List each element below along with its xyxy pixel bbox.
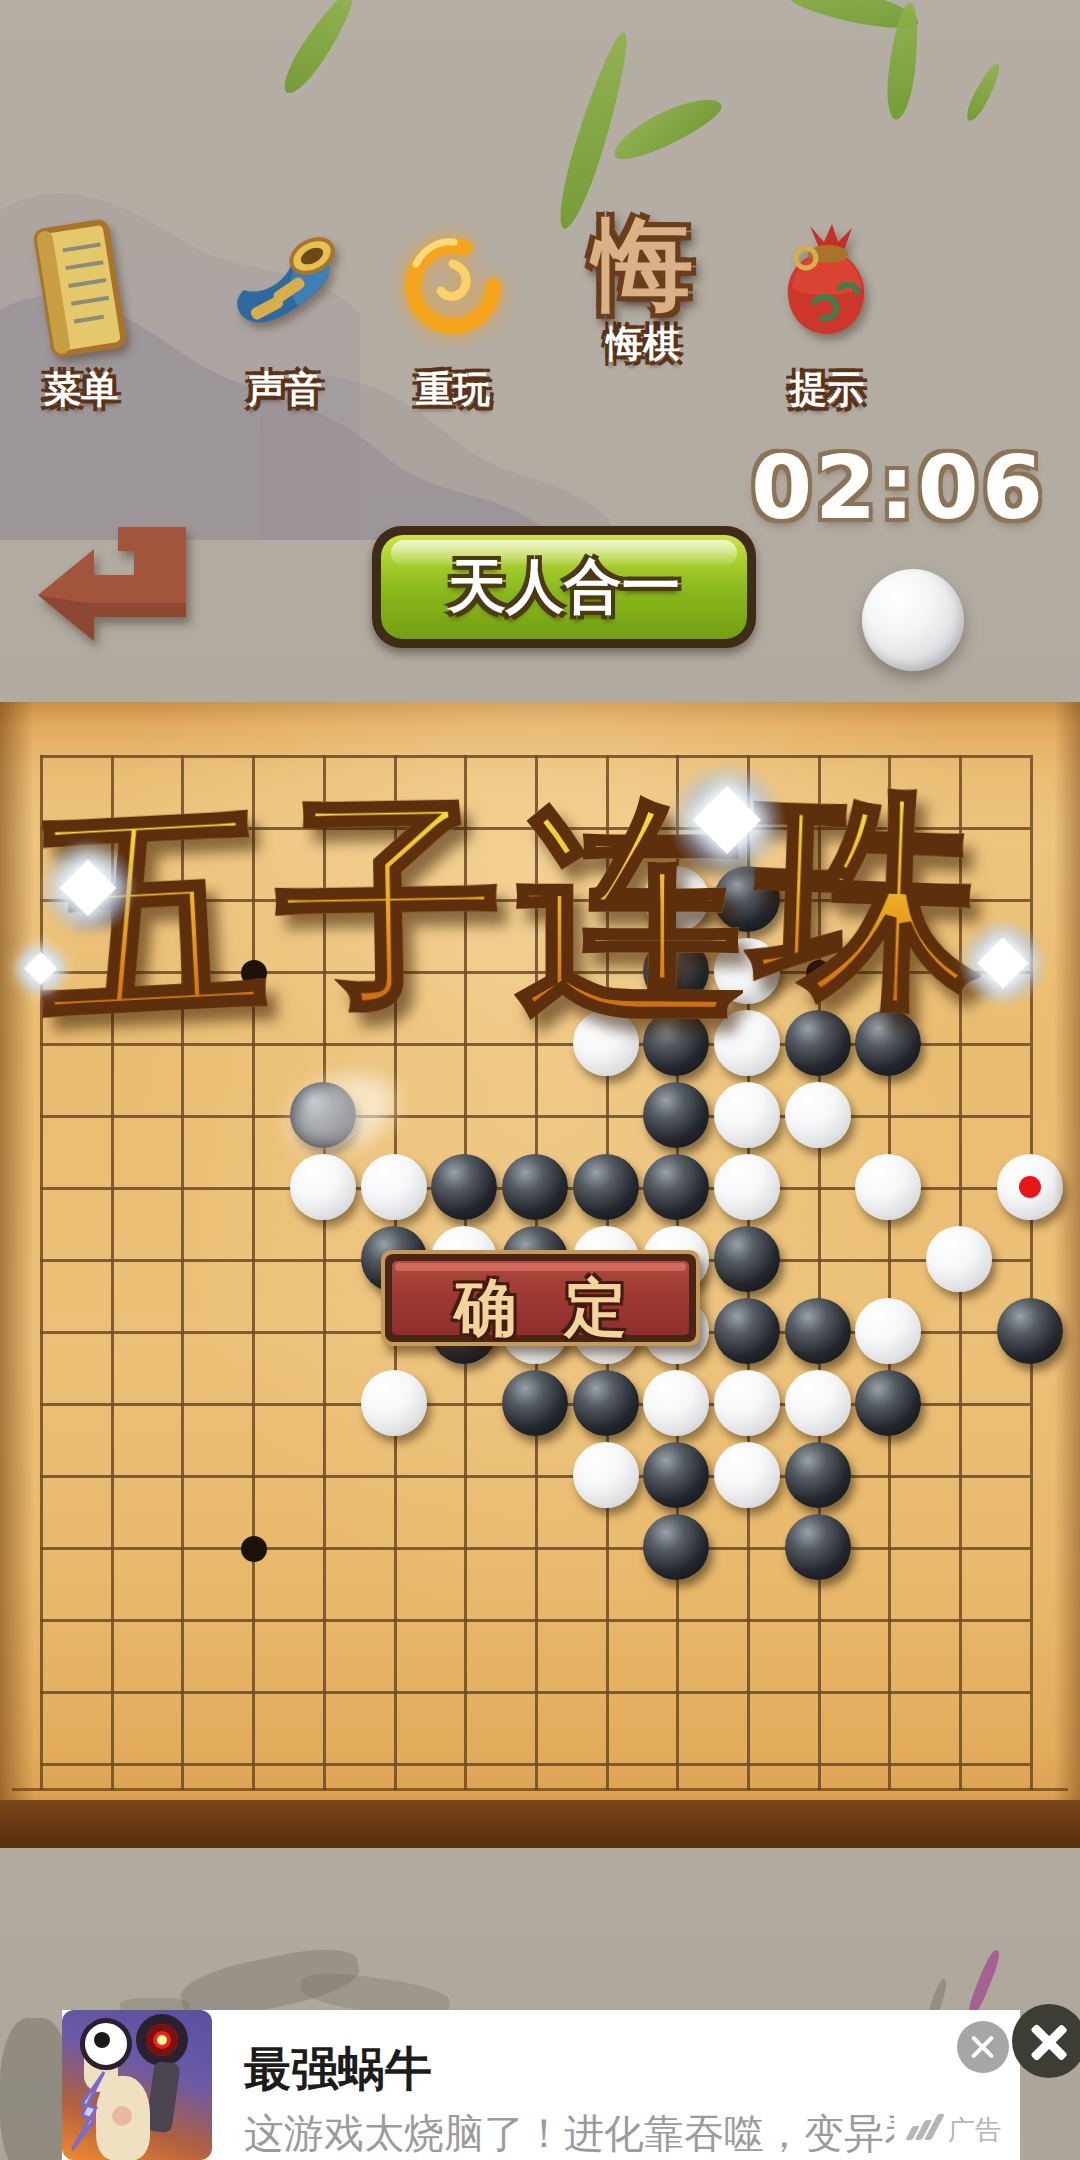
pangle-logo-icon	[909, 2114, 942, 2146]
star-point	[806, 960, 832, 986]
black-stone	[573, 1370, 639, 1436]
replay-label: 重玩	[378, 365, 528, 415]
white-stone	[643, 1370, 709, 1436]
replay-button[interactable]: 重玩	[378, 218, 528, 408]
white-stone	[785, 1082, 851, 1148]
black-stone	[785, 1010, 851, 1076]
undo-move-button[interactable]: 悔 悔棋	[568, 212, 718, 402]
turn-indicator-white-stone	[862, 569, 964, 671]
sound-label: 声音	[210, 365, 360, 415]
black-stone	[855, 1010, 921, 1076]
white-stone	[290, 1154, 356, 1220]
hint-button[interactable]: 提示	[752, 218, 902, 408]
black-stone	[714, 1226, 780, 1292]
black-stone	[997, 1298, 1063, 1364]
back-arrow-button[interactable]	[30, 515, 200, 655]
black-stone	[643, 1010, 709, 1076]
star-point	[241, 1536, 267, 1562]
menu-label: 菜单	[6, 365, 156, 415]
scroll-icon	[21, 218, 141, 363]
ad-title: 最强蜗牛	[244, 2038, 432, 2101]
confirm-button-label: 确定	[381, 1266, 700, 1350]
white-stone	[714, 1010, 780, 1076]
ad-app-icon[interactable]	[62, 2010, 212, 2160]
black-stone	[785, 1298, 851, 1364]
ad-close-button-outer[interactable]	[1012, 2004, 1080, 2078]
black-stone	[502, 1370, 568, 1436]
white-stone	[361, 1370, 427, 1436]
mode-button-label: 天人合一	[372, 548, 756, 626]
white-stone	[714, 938, 780, 1004]
white-stone	[714, 1082, 780, 1148]
red-pouch-icon	[762, 218, 892, 363]
white-stone	[573, 1442, 639, 1508]
hui-character-icon: 悔	[568, 212, 718, 317]
black-stone	[643, 1442, 709, 1508]
mode-button[interactable]: 天人合一	[372, 526, 756, 648]
white-stone	[361, 1154, 427, 1220]
black-stone	[643, 1514, 709, 1580]
black-stone	[431, 1154, 497, 1220]
black-stone	[714, 866, 780, 932]
bamboo-leaf	[962, 60, 1004, 124]
black-stone	[785, 1442, 851, 1508]
hint-label: 提示	[752, 365, 902, 415]
star-point	[241, 960, 267, 986]
horn-icon	[220, 218, 350, 363]
ad-description: 这游戏太烧脑了！进化靠吞噬，变异看运气！ …	[244, 2106, 894, 2160]
black-stone	[643, 1154, 709, 1220]
confirm-button[interactable]: 确定	[381, 1250, 700, 1346]
black-stone	[643, 938, 709, 1004]
white-stone	[855, 1154, 921, 1220]
black-stone	[785, 1514, 851, 1580]
menu-button[interactable]: 菜单	[6, 218, 156, 408]
ink-flower	[965, 1948, 1002, 2017]
black-stone	[643, 1082, 709, 1148]
flame-ring-icon	[388, 218, 518, 363]
black-stone	[573, 1154, 639, 1220]
white-stone	[926, 1226, 992, 1292]
sound-button[interactable]: 声音	[210, 218, 360, 408]
ad-label: 广告	[909, 2112, 1002, 2148]
white-stone	[785, 1370, 851, 1436]
black-stone	[502, 1154, 568, 1220]
white-stone	[714, 1442, 780, 1508]
last-move-marker	[1019, 1176, 1041, 1198]
white-stone	[714, 1370, 780, 1436]
ad-banner[interactable]: 最强蜗牛 这游戏太烧脑了！进化靠吞噬，变异看运气！ … 广告	[62, 2010, 1020, 2160]
black-stone	[855, 1370, 921, 1436]
ad-close-button[interactable]	[957, 2021, 1009, 2073]
white-stone	[573, 1010, 639, 1076]
black-stone	[714, 1298, 780, 1364]
game-timer: 02:06	[751, 436, 1046, 539]
white-stone	[714, 1154, 780, 1220]
white-stone	[643, 866, 709, 932]
undo-label: 悔棋	[568, 319, 718, 369]
white-stone	[855, 1298, 921, 1364]
